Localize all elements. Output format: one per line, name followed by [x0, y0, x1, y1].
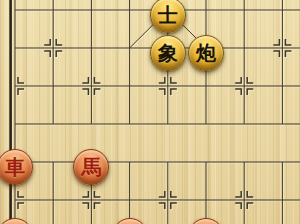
- piece-red-horse[interactable]: 馬: [73, 149, 109, 185]
- piece-black-elephant[interactable]: 象: [150, 35, 186, 71]
- piece-black-advisor[interactable]: 士: [150, 0, 186, 33]
- piece-red-unknown-1[interactable]: [0, 218, 33, 224]
- pieces-grid: 士象炮車馬: [0, 0, 300, 224]
- piece-red-unknown-3[interactable]: [188, 218, 224, 224]
- piece-red-chariot[interactable]: 車: [0, 149, 33, 185]
- piece-black-cannon[interactable]: 炮: [188, 35, 224, 71]
- xiangqi-board: 士象炮車馬: [0, 0, 300, 224]
- piece-red-unknown-2[interactable]: [112, 218, 148, 224]
